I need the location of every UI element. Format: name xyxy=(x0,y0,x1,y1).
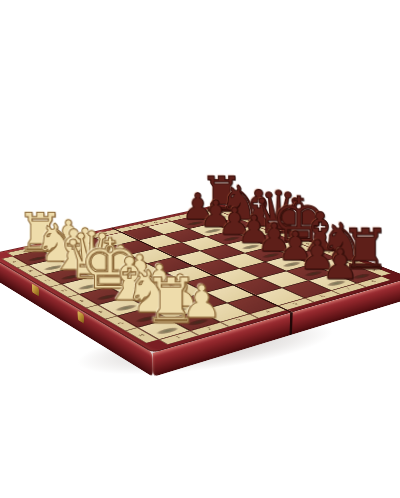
product-photo: 12345678 12345678 ABCDEFGH ABCDEFGH ♜♞♝♛… xyxy=(0,0,400,498)
black-pawn-icon: ♟ xyxy=(305,243,374,285)
brass-hinge xyxy=(77,311,84,324)
white-rook-icon: ♜ xyxy=(132,271,208,333)
fold-seam-edge xyxy=(290,312,293,335)
black-pawn-h7[interactable]: ♟ xyxy=(305,243,374,285)
white-rook-h1[interactable]: ♜ xyxy=(132,271,208,333)
chessboard-scene: 12345678 12345678 ABCDEFGH ABCDEFGH ♜♞♝♛… xyxy=(0,0,400,498)
chessboard: 12345678 12345678 ABCDEFGH ABCDEFGH ♜♞♝♛… xyxy=(0,204,400,353)
